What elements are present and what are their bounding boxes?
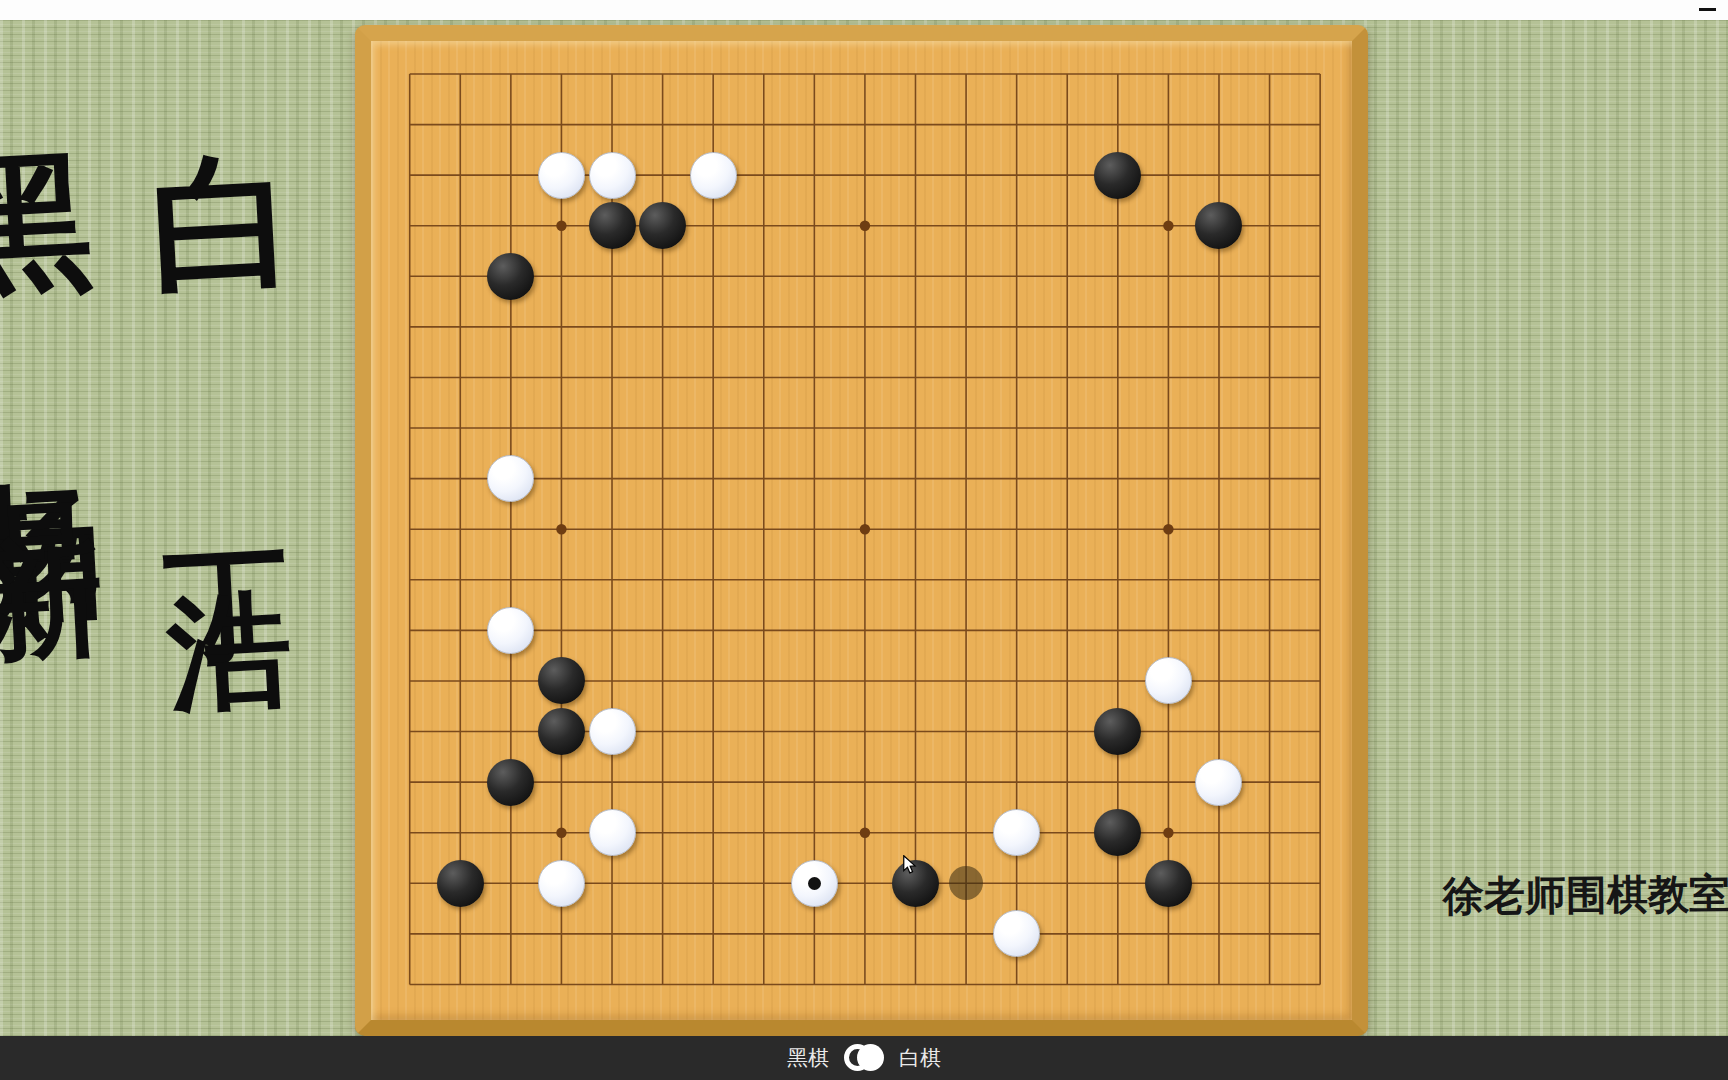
stone-white — [1195, 759, 1242, 806]
stone-white — [690, 152, 737, 199]
stone-white — [589, 152, 636, 199]
black-stones-toggle-label: 黑棋 — [787, 1044, 829, 1072]
stone-white — [1145, 657, 1192, 704]
black-player-name: 杨鼎新 — [0, 377, 100, 456]
stone-white — [487, 607, 534, 654]
stone-black — [639, 202, 686, 249]
stone-black — [1145, 860, 1192, 907]
white-player-label: 白 — [146, 144, 300, 303]
star-point — [1163, 828, 1173, 838]
bottom-toolbar: 黑棋 白棋 — [0, 1036, 1728, 1080]
stone-black — [487, 253, 534, 300]
app-window: 黑 杨鼎新 白 丁浩 徐老师围棋教室 黑棋 白棋 — [0, 0, 1728, 1080]
board-grid-area[interactable] — [371, 41, 1352, 1020]
star-point — [556, 524, 566, 534]
stone-color-toggle[interactable] — [844, 1044, 884, 1072]
last-move-marker — [808, 877, 821, 890]
stone-black — [1094, 708, 1141, 755]
stone-white — [589, 708, 636, 755]
stone-white — [538, 860, 585, 907]
white-stones-toggle-label: 白棋 — [899, 1044, 941, 1072]
stone-white — [791, 860, 838, 907]
white-player-name: 丁浩 — [153, 454, 294, 521]
star-point — [860, 524, 870, 534]
stone-white — [538, 152, 585, 199]
stone-white — [589, 809, 636, 856]
stone-black — [487, 759, 534, 806]
board-grid — [371, 41, 1352, 1020]
mouse-cursor — [903, 855, 919, 875]
stone-black — [589, 202, 636, 249]
white-stone-toggle-icon — [857, 1044, 884, 1071]
stone-black — [538, 708, 585, 755]
star-point — [556, 828, 566, 838]
stone-black — [437, 860, 484, 907]
window-titlebar — [0, 0, 1728, 20]
stone-white — [993, 809, 1040, 856]
star-point — [1163, 524, 1173, 534]
star-point — [1163, 221, 1173, 231]
black-player-label: 黑 — [0, 142, 96, 306]
stone-black — [1094, 152, 1141, 199]
tatami-background: 黑 杨鼎新 白 丁浩 徐老师围棋教室 — [0, 20, 1728, 1036]
watermark-text: 徐老师围棋教室 — [1443, 867, 1728, 925]
star-point — [860, 828, 870, 838]
star-point — [860, 221, 870, 231]
go-board[interactable] — [355, 25, 1368, 1036]
star-point — [556, 221, 566, 231]
minimize-button[interactable] — [1699, 8, 1716, 11]
